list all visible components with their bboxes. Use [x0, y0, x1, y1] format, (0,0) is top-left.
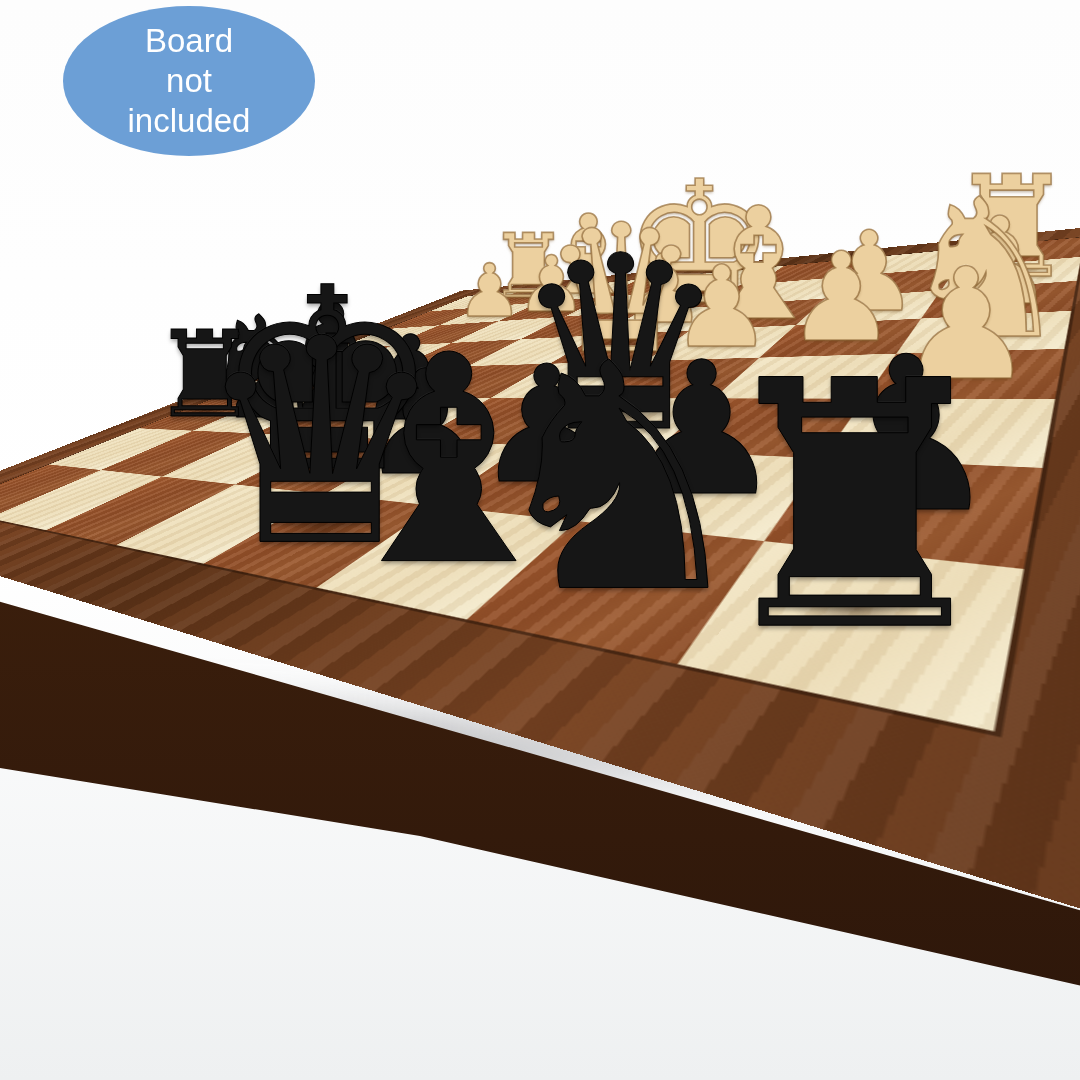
badge-line: not — [166, 61, 212, 101]
board-not-included-badge: Board not included — [63, 6, 315, 156]
badge-line: included — [128, 101, 251, 141]
square-a5 — [865, 349, 1065, 399]
product-photo: ♜♞♝♛♟♟♟♟♚♛♟♝♞♜♟♟♞♟♟♛♟♟♝♟♜♚♟♟♝♜ Board not… — [0, 0, 1080, 1080]
badge-line: Board — [145, 21, 233, 61]
square-a6 — [823, 399, 1055, 468]
